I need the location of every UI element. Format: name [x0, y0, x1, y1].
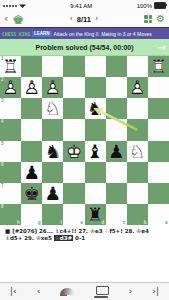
square-a8[interactable]: a — [148, 204, 169, 225]
square-g6[interactable]: ♟ — [21, 162, 42, 183]
black-king: ♚ — [21, 183, 42, 204]
white-pawn: ♟♙ — [127, 77, 148, 98]
learn-badge: LEARN — [32, 31, 52, 37]
square-h2[interactable]: 2♟♙ — [0, 77, 21, 98]
square-g7[interactable]: ♚ — [21, 183, 42, 204]
gear-icon[interactable]: ⚙ — [156, 14, 165, 24]
square-a7[interactable] — [148, 183, 169, 204]
square-e3[interactable] — [63, 98, 84, 119]
black-pawn: ♟ — [106, 141, 127, 162]
nav-bar: ‹ ♚ ‹ 8/11 › ⚙ — [0, 11, 169, 27]
square-c4[interactable] — [106, 119, 127, 140]
square-d4[interactable] — [85, 119, 106, 140]
status-bar: 9:41 AM 100% — [0, 0, 169, 11]
black-bishop: ♝ — [85, 141, 106, 162]
rank-label: 7 — [1, 183, 4, 188]
square-f7[interactable]: ♟ — [42, 183, 63, 204]
white-knight: ♞♘ — [42, 98, 63, 119]
last-move-button[interactable]: ›| — [152, 287, 159, 296]
chess-board[interactable]: 1♜♖♜♖2♟♙♟♙♟♙♟♙3♞♘♞45♞♚♔♝♟♞♘6♟7♚♟8hgfed♜c… — [0, 56, 169, 225]
app-window: 9:41 AM 100% ‹ ♚ ‹ 8/11 › ⚙ CHESS KING L… — [0, 0, 169, 300]
prev-move-button[interactable]: ‹ — [37, 287, 41, 296]
next-puzzle-button[interactable]: › — [95, 15, 98, 23]
square-d6[interactable] — [85, 162, 106, 183]
side-to-move-bullet: ■ — [5, 228, 10, 234]
square-b3[interactable] — [127, 98, 148, 119]
square-b7[interactable] — [127, 183, 148, 204]
square-h3[interactable]: 3 — [0, 98, 21, 119]
square-g3[interactable] — [21, 98, 42, 119]
square-b1[interactable] — [127, 56, 148, 77]
rank-label: 2 — [1, 77, 4, 82]
square-h4[interactable]: 4 — [0, 119, 21, 140]
square-e4[interactable] — [63, 119, 84, 140]
solved-status-text: Problem solved (54/54, 00:00) — [35, 44, 133, 51]
clock-time: 9:41 AM — [70, 3, 92, 9]
square-d1[interactable] — [85, 56, 106, 77]
wifi-icon — [19, 3, 26, 8]
square-d2[interactable] — [85, 77, 106, 98]
puzzle-counter: 8/11 — [77, 15, 91, 24]
square-a1[interactable]: ♜♖ — [148, 56, 169, 77]
square-g4[interactable] — [21, 119, 42, 140]
board-area: 1♜♖♜♖2♟♙♟♙♟♙♟♙3♞♘♞45♞♚♔♝♟♞♘6♟7♚♟8hgfed♜c… — [0, 56, 169, 225]
white-pawn: ♟♙ — [42, 77, 63, 98]
rank-label: 5 — [1, 141, 4, 146]
square-h7[interactable]: 7 — [0, 183, 21, 204]
square-f4[interactable] — [42, 119, 63, 140]
square-c5[interactable]: ♟ — [106, 141, 127, 162]
black-pawn: ♟ — [42, 183, 63, 204]
square-g8[interactable]: g — [21, 204, 42, 225]
square-f6[interactable] — [42, 162, 63, 183]
square-a4[interactable] — [148, 119, 169, 140]
square-d8[interactable]: d♜ — [85, 204, 106, 225]
black-knight: ♞ — [85, 98, 106, 119]
square-c7[interactable] — [106, 183, 127, 204]
file-label: d — [101, 220, 104, 225]
rank-label: 8 — [1, 204, 4, 209]
next-problem-arrow-icon[interactable]: → — [157, 42, 166, 53]
square-c3[interactable] — [106, 98, 127, 119]
white-king: ♚♔ — [63, 141, 84, 162]
white-rook: ♜♖ — [148, 56, 169, 77]
square-c1[interactable] — [106, 56, 127, 77]
black-pawn: ♟ — [21, 162, 42, 183]
square-d5[interactable]: ♝ — [85, 141, 106, 162]
black-knight: ♞ — [42, 141, 63, 162]
file-label: b — [144, 220, 147, 225]
puzzle-list-icon[interactable] — [144, 15, 152, 23]
square-a2[interactable] — [148, 77, 169, 98]
square-f8[interactable]: f — [42, 204, 63, 225]
chess-king-logo-icon[interactable]: ♚ — [12, 13, 24, 26]
square-e1[interactable] — [63, 56, 84, 77]
square-e6[interactable] — [63, 162, 84, 183]
chess-king-brand: CHESS KING — [2, 31, 30, 37]
file-label: c — [123, 220, 126, 225]
square-g1[interactable] — [21, 56, 42, 77]
rank-label: 6 — [1, 162, 4, 167]
course-banner[interactable]: CHESS KING LEARN Attack on the King II. … — [0, 27, 169, 39]
square-f5[interactable]: ♞ — [42, 141, 63, 162]
square-d3[interactable]: ♞ — [85, 98, 106, 119]
battery-icon — [154, 2, 166, 9]
square-a6[interactable] — [148, 162, 169, 183]
square-a5[interactable] — [148, 141, 169, 162]
square-g5[interactable] — [21, 141, 42, 162]
file-label: g — [38, 220, 41, 225]
white-pawn: ♟♙ — [21, 77, 42, 98]
back-button[interactable]: ‹ — [4, 14, 8, 24]
file-label: f — [60, 220, 62, 225]
rank-label: 1 — [1, 56, 4, 61]
rank-label: 4 — [1, 119, 4, 124]
signal-wifi-icons — [3, 3, 26, 8]
white-knight: ♞♘ — [127, 141, 148, 162]
spacer — [0, 242, 169, 282]
problem-ref: [#2076] — [12, 228, 37, 234]
square-h1[interactable]: 1♜♖ — [0, 56, 21, 77]
rank-label: 3 — [1, 98, 4, 103]
game-result: 0-1 — [75, 235, 85, 241]
file-label: a — [165, 220, 168, 225]
gauge-icon[interactable] — [60, 288, 75, 296]
square-e2[interactable] — [63, 77, 84, 98]
solved-bar: Problem solved (54/54, 00:00) → — [0, 39, 169, 56]
square-c6[interactable] — [106, 162, 127, 183]
first-move-button[interactable]: |‹ — [10, 287, 17, 296]
square-h6[interactable]: 6 — [0, 162, 21, 183]
next-move-button[interactable]: › — [129, 287, 133, 296]
square-f2[interactable]: ♟♙ — [42, 77, 63, 98]
course-title: Attack on the King II. Mating in 3 or 4 … — [54, 31, 152, 37]
square-b4[interactable] — [127, 119, 148, 140]
file-label: e — [80, 220, 83, 225]
square-c8[interactable]: c — [106, 204, 127, 225]
square-b5[interactable]: ♞♘ — [127, 141, 148, 162]
move-notation[interactable]: ■ [#2076] 26... ♗c4+!! 27. ♔e3 ♘f5+! 28.… — [0, 225, 169, 242]
square-c2[interactable] — [106, 77, 127, 98]
square-f3[interactable]: ♞♘ — [42, 98, 63, 119]
playback-toolbar: |‹ ‹ › ›| — [0, 282, 169, 300]
square-g2[interactable]: ♟♙ — [21, 77, 42, 98]
square-e7[interactable] — [63, 183, 84, 204]
square-d7[interactable] — [85, 183, 106, 204]
current-move[interactable]: ♘d3# — [54, 235, 73, 241]
square-e8[interactable]: e — [63, 204, 84, 225]
square-a3[interactable] — [148, 98, 169, 119]
square-b8[interactable]: b — [127, 204, 148, 225]
signal-dots-icon — [3, 5, 17, 7]
prev-puzzle-button[interactable]: ‹ — [70, 15, 73, 23]
file-label: h — [17, 220, 20, 225]
square-b6[interactable] — [127, 162, 148, 183]
square-f1[interactable] — [42, 56, 63, 77]
battery-percent: 100% — [137, 3, 152, 9]
square-h8[interactable]: 8h — [0, 204, 21, 225]
square-b2[interactable]: ♟♙ — [127, 77, 148, 98]
engine-icon[interactable] — [96, 286, 109, 295]
square-e5[interactable]: ♚♔ — [63, 141, 84, 162]
square-h5[interactable]: 5 — [0, 141, 21, 162]
